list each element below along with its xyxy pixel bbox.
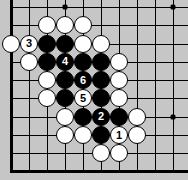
intersection <box>92 144 110 162</box>
intersection <box>56 34 74 52</box>
intersection <box>110 0 128 16</box>
intersection <box>74 108 92 126</box>
go-diagram: 346521 <box>0 0 188 180</box>
intersection <box>2 163 20 180</box>
intersection <box>56 163 74 180</box>
intersection <box>20 0 38 16</box>
intersection <box>38 16 56 34</box>
intersection: 2 <box>92 108 110 126</box>
intersection <box>110 53 128 71</box>
intersection <box>146 126 164 144</box>
intersection: 3 <box>20 34 38 52</box>
white-stone <box>110 89 128 107</box>
white-stone <box>110 71 128 89</box>
intersection <box>128 163 146 180</box>
intersection <box>128 108 146 126</box>
intersection <box>38 163 56 180</box>
white-stone <box>92 144 110 162</box>
black-stone <box>92 71 110 89</box>
intersection <box>38 53 56 71</box>
intersection <box>110 34 128 52</box>
intersection <box>38 108 56 126</box>
intersection <box>74 163 92 180</box>
intersection <box>2 16 20 34</box>
intersection: 5 <box>74 89 92 107</box>
white-stone <box>2 35 20 53</box>
intersection <box>20 144 38 162</box>
black-stone-4: 4 <box>56 53 74 71</box>
intersection <box>2 0 20 16</box>
intersection <box>128 16 146 34</box>
intersection <box>74 53 92 71</box>
intersection <box>56 0 74 16</box>
intersection <box>164 16 182 34</box>
intersection <box>38 126 56 144</box>
intersection <box>164 126 182 144</box>
intersection <box>146 163 164 180</box>
intersection <box>56 71 74 89</box>
intersection <box>146 89 164 107</box>
white-stone <box>56 16 74 34</box>
black-stone <box>74 53 92 71</box>
intersection <box>38 144 56 162</box>
intersection <box>92 71 110 89</box>
intersection <box>164 89 182 107</box>
white-stone-1: 1 <box>110 126 128 144</box>
black-stone-2: 2 <box>92 108 110 126</box>
black-stone <box>110 108 128 126</box>
white-stone <box>128 108 146 126</box>
white-stone <box>110 144 128 162</box>
intersection <box>110 16 128 34</box>
intersection <box>56 16 74 34</box>
intersection <box>110 89 128 107</box>
intersection <box>146 71 164 89</box>
intersection <box>20 108 38 126</box>
black-stone-6: 6 <box>74 71 92 89</box>
intersection <box>110 144 128 162</box>
intersection <box>92 16 110 34</box>
intersection <box>164 163 182 180</box>
intersection <box>146 144 164 162</box>
intersection <box>20 163 38 180</box>
white-stone <box>92 35 110 53</box>
intersection <box>164 34 182 52</box>
white-stone <box>56 126 74 144</box>
white-stone <box>128 126 146 144</box>
black-stone <box>92 53 110 71</box>
intersection <box>74 0 92 16</box>
intersection <box>56 108 74 126</box>
intersection <box>56 89 74 107</box>
intersection <box>2 89 20 107</box>
intersection <box>74 16 92 34</box>
intersection <box>2 108 20 126</box>
intersection <box>92 34 110 52</box>
black-stone <box>92 89 110 107</box>
intersection <box>92 53 110 71</box>
intersection <box>164 108 182 126</box>
white-stone <box>56 108 74 126</box>
intersection <box>20 16 38 34</box>
intersection <box>2 144 20 162</box>
intersection <box>110 108 128 126</box>
intersection <box>20 89 38 107</box>
black-stone <box>38 53 56 71</box>
intersection <box>20 71 38 89</box>
intersection <box>74 144 92 162</box>
intersection: 6 <box>74 71 92 89</box>
intersection <box>20 53 38 71</box>
intersection <box>146 0 164 16</box>
go-board: 346521 <box>2 0 182 180</box>
intersection <box>92 89 110 107</box>
intersection <box>128 126 146 144</box>
white-stone <box>38 89 56 107</box>
intersection <box>92 0 110 16</box>
intersection: 1 <box>110 126 128 144</box>
intersection <box>110 163 128 180</box>
intersection <box>20 126 38 144</box>
intersection <box>164 71 182 89</box>
intersection <box>146 34 164 52</box>
intersection <box>38 89 56 107</box>
intersection <box>146 108 164 126</box>
black-stone <box>56 35 74 53</box>
intersection <box>2 71 20 89</box>
white-stone <box>38 71 56 89</box>
star-point <box>171 114 176 119</box>
white-stone <box>20 53 38 71</box>
black-stone <box>38 35 56 53</box>
intersection <box>38 71 56 89</box>
black-stone <box>56 89 74 107</box>
intersection <box>128 144 146 162</box>
intersection <box>146 16 164 34</box>
intersection <box>164 144 182 162</box>
intersection: 4 <box>56 53 74 71</box>
intersection <box>128 89 146 107</box>
intersection <box>146 53 164 71</box>
intersection <box>128 34 146 52</box>
white-stone-5: 5 <box>74 89 92 107</box>
white-stone <box>110 53 128 71</box>
intersection <box>128 71 146 89</box>
intersection <box>2 53 20 71</box>
intersection <box>2 126 20 144</box>
white-stone <box>38 16 56 34</box>
intersection <box>92 163 110 180</box>
black-stone <box>74 108 92 126</box>
star-point <box>63 5 68 10</box>
white-stone <box>74 35 92 53</box>
intersection <box>110 71 128 89</box>
white-stone <box>74 126 92 144</box>
black-stone <box>92 126 110 144</box>
white-stone <box>74 16 92 34</box>
intersection <box>164 0 182 16</box>
intersection <box>74 126 92 144</box>
intersection <box>92 126 110 144</box>
intersection <box>2 34 20 52</box>
white-stone-3: 3 <box>20 35 38 53</box>
intersection <box>38 34 56 52</box>
black-stone <box>56 71 74 89</box>
intersection <box>128 53 146 71</box>
intersection <box>128 0 146 16</box>
intersection <box>38 0 56 16</box>
intersection <box>74 34 92 52</box>
intersection <box>164 53 182 71</box>
intersection <box>56 144 74 162</box>
intersection <box>56 126 74 144</box>
star-point <box>171 5 176 10</box>
